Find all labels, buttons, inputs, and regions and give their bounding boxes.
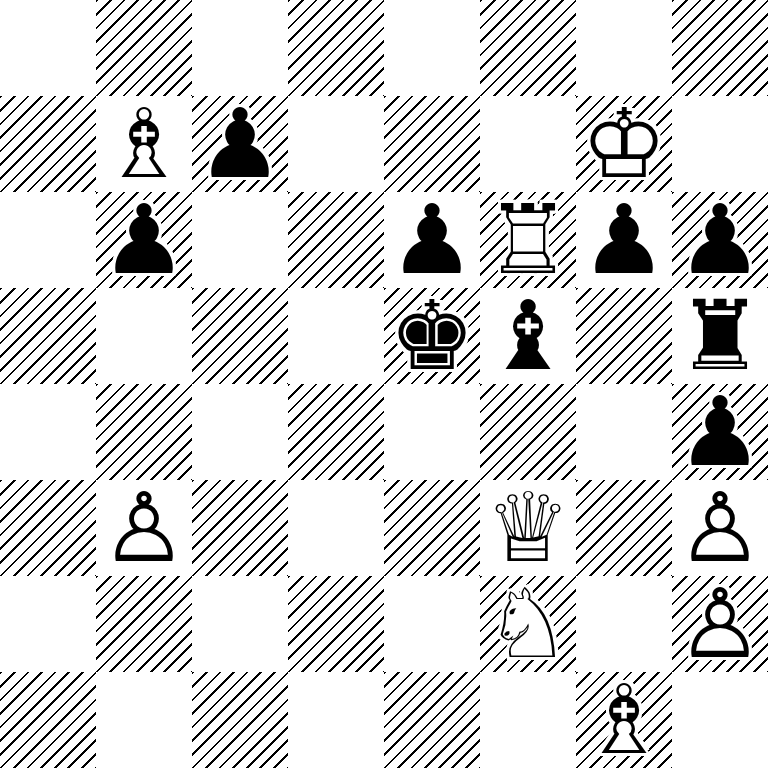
square-e7[interactable] bbox=[384, 96, 480, 192]
square-h4[interactable]: ♟ bbox=[672, 384, 768, 480]
square-g2[interactable] bbox=[576, 576, 672, 672]
square-g6[interactable]: ♟ bbox=[576, 192, 672, 288]
chess-board: ♝♗♟♚♔♟♟♜♖♟♟♚♝♜♟♟♙♛♕♟♙♞♘♟♙♝♗ bbox=[0, 0, 768, 768]
square-a7[interactable] bbox=[0, 96, 96, 192]
black-king: ♚ bbox=[384, 288, 480, 384]
square-c8[interactable] bbox=[192, 0, 288, 96]
square-d6[interactable] bbox=[288, 192, 384, 288]
square-b1[interactable] bbox=[96, 672, 192, 768]
square-h2[interactable]: ♟♙ bbox=[672, 576, 768, 672]
square-e5[interactable]: ♚ bbox=[384, 288, 480, 384]
square-h3[interactable]: ♟♙ bbox=[672, 480, 768, 576]
square-f3[interactable]: ♛♕ bbox=[480, 480, 576, 576]
square-c3[interactable] bbox=[192, 480, 288, 576]
square-f2[interactable]: ♞♘ bbox=[480, 576, 576, 672]
square-b3[interactable]: ♟♙ bbox=[96, 480, 192, 576]
square-c2[interactable] bbox=[192, 576, 288, 672]
black-rook: ♜ bbox=[672, 288, 768, 384]
square-b6[interactable]: ♟ bbox=[96, 192, 192, 288]
black-bishop: ♝ bbox=[480, 288, 576, 384]
white-pawn: ♙ bbox=[672, 480, 768, 576]
square-g5[interactable] bbox=[576, 288, 672, 384]
square-h7[interactable] bbox=[672, 96, 768, 192]
square-h5[interactable]: ♜ bbox=[672, 288, 768, 384]
square-g3[interactable] bbox=[576, 480, 672, 576]
square-h6[interactable]: ♟ bbox=[672, 192, 768, 288]
square-b8[interactable] bbox=[96, 0, 192, 96]
square-a3[interactable] bbox=[0, 480, 96, 576]
square-c4[interactable] bbox=[192, 384, 288, 480]
square-d1[interactable] bbox=[288, 672, 384, 768]
square-b5[interactable] bbox=[96, 288, 192, 384]
black-pawn: ♟ bbox=[192, 96, 288, 192]
square-b2[interactable] bbox=[96, 576, 192, 672]
square-g1[interactable]: ♝♗ bbox=[576, 672, 672, 768]
square-e8[interactable] bbox=[384, 0, 480, 96]
square-f7[interactable] bbox=[480, 96, 576, 192]
black-pawn: ♟ bbox=[96, 192, 192, 288]
white-rook: ♖ bbox=[480, 192, 576, 288]
square-h1[interactable] bbox=[672, 672, 768, 768]
square-e2[interactable] bbox=[384, 576, 480, 672]
square-a6[interactable] bbox=[0, 192, 96, 288]
square-b4[interactable] bbox=[96, 384, 192, 480]
square-e3[interactable] bbox=[384, 480, 480, 576]
square-a4[interactable] bbox=[0, 384, 96, 480]
square-a2[interactable] bbox=[0, 576, 96, 672]
white-pawn: ♙ bbox=[96, 480, 192, 576]
white-knight: ♘ bbox=[480, 576, 576, 672]
square-g4[interactable] bbox=[576, 384, 672, 480]
square-f6[interactable]: ♜♖ bbox=[480, 192, 576, 288]
square-f4[interactable] bbox=[480, 384, 576, 480]
white-bishop: ♗ bbox=[576, 672, 672, 768]
white-bishop: ♗ bbox=[96, 96, 192, 192]
square-c1[interactable] bbox=[192, 672, 288, 768]
square-d7[interactable] bbox=[288, 96, 384, 192]
square-d3[interactable] bbox=[288, 480, 384, 576]
white-king: ♔ bbox=[576, 96, 672, 192]
square-c7[interactable]: ♟ bbox=[192, 96, 288, 192]
square-e6[interactable]: ♟ bbox=[384, 192, 480, 288]
square-a8[interactable] bbox=[0, 0, 96, 96]
square-g8[interactable] bbox=[576, 0, 672, 96]
square-e1[interactable] bbox=[384, 672, 480, 768]
square-g7[interactable]: ♚♔ bbox=[576, 96, 672, 192]
white-pawn: ♙ bbox=[672, 576, 768, 672]
square-c5[interactable] bbox=[192, 288, 288, 384]
square-f1[interactable] bbox=[480, 672, 576, 768]
square-h8[interactable] bbox=[672, 0, 768, 96]
square-d2[interactable] bbox=[288, 576, 384, 672]
square-c6[interactable] bbox=[192, 192, 288, 288]
square-a1[interactable] bbox=[0, 672, 96, 768]
square-e4[interactable] bbox=[384, 384, 480, 480]
black-pawn: ♟ bbox=[672, 192, 768, 288]
black-pawn: ♟ bbox=[384, 192, 480, 288]
square-a5[interactable] bbox=[0, 288, 96, 384]
black-pawn: ♟ bbox=[672, 384, 768, 480]
square-f8[interactable] bbox=[480, 0, 576, 96]
square-d4[interactable] bbox=[288, 384, 384, 480]
square-f5[interactable]: ♝ bbox=[480, 288, 576, 384]
black-pawn: ♟ bbox=[576, 192, 672, 288]
square-d8[interactable] bbox=[288, 0, 384, 96]
square-b7[interactable]: ♝♗ bbox=[96, 96, 192, 192]
square-d5[interactable] bbox=[288, 288, 384, 384]
white-queen: ♕ bbox=[480, 480, 576, 576]
